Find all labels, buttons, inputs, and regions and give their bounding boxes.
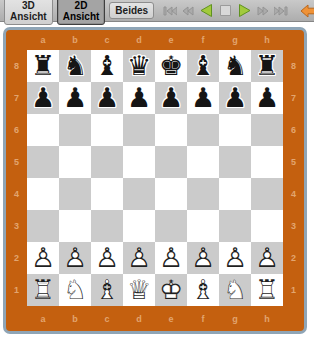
piece-fill: ♞ xyxy=(59,50,91,82)
board-grid: abcdefgh8♜♞♝♛♚♝♞♜87♟♟♟♟♟♟♟♟7665544332♟♙♟… xyxy=(6,30,304,331)
piece-outline: ♙ xyxy=(59,242,91,274)
rank-label-right-8: 8 xyxy=(283,50,304,82)
piece-fill: ♟ xyxy=(27,82,59,114)
square-b4[interactable] xyxy=(59,178,91,210)
skip-to-start-button[interactable] xyxy=(163,6,177,16)
piece-outline: ♗ xyxy=(91,274,123,306)
square-h6[interactable] xyxy=(251,114,283,146)
square-g2[interactable]: ♟♙ xyxy=(219,242,251,274)
view-mode-buttons: 3D Ansicht 2D Ansicht Beides xyxy=(4,0,154,25)
square-a2[interactable]: ♟♙ xyxy=(27,242,59,274)
stop-button[interactable] xyxy=(219,4,232,17)
piece-black-pawn-h7: ♟ xyxy=(251,82,283,114)
file-label-top-a: a xyxy=(27,30,59,50)
rank-label-left-7: 7 xyxy=(6,82,27,114)
piece-black-pawn-c7: ♟ xyxy=(91,82,123,114)
square-g8[interactable]: ♞ xyxy=(219,50,251,82)
rank-label-right-2: 2 xyxy=(283,242,304,274)
piece-fill: ♟ xyxy=(59,82,91,114)
square-g6[interactable] xyxy=(219,114,251,146)
piece-white-pawn-c2: ♟♙ xyxy=(91,242,123,274)
piece-white-bishop-c1: ♝♗ xyxy=(91,274,123,306)
fast-forward-button[interactable] xyxy=(257,6,269,16)
square-d2[interactable]: ♟♙ xyxy=(123,242,155,274)
file-label-bottom-f: f xyxy=(187,306,219,331)
file-label-top-d: d xyxy=(123,30,155,50)
square-h5[interactable] xyxy=(251,146,283,178)
square-e5[interactable] xyxy=(155,146,187,178)
square-h8[interactable]: ♜ xyxy=(251,50,283,82)
piece-white-queen-d1: ♛♕ xyxy=(123,274,155,306)
rank-label-left-6: 6 xyxy=(6,114,27,146)
piece-outline: ♙ xyxy=(155,242,187,274)
square-g3[interactable] xyxy=(219,210,251,242)
square-a6[interactable] xyxy=(27,114,59,146)
square-h7[interactable]: ♟ xyxy=(251,82,283,114)
piece-white-pawn-b2: ♟♙ xyxy=(59,242,91,274)
square-b3[interactable] xyxy=(59,210,91,242)
piece-white-pawn-h2: ♟♙ xyxy=(251,242,283,274)
piece-fill: ♜ xyxy=(27,50,59,82)
board-border-corner xyxy=(283,306,304,331)
piece-outline: ♙ xyxy=(219,242,251,274)
rank-label-left-4: 4 xyxy=(6,178,27,210)
square-d6[interactable] xyxy=(123,114,155,146)
rank-label-left-1: 1 xyxy=(6,274,27,306)
file-label-bottom-h: h xyxy=(251,306,283,331)
square-c2[interactable]: ♟♙ xyxy=(91,242,123,274)
piece-fill: ♝ xyxy=(187,50,219,82)
square-h1[interactable]: ♜♖ xyxy=(251,274,283,306)
piece-outline: ♖ xyxy=(251,274,283,306)
file-label-bottom-g: g xyxy=(219,306,251,331)
square-g7[interactable]: ♟ xyxy=(219,82,251,114)
square-a3[interactable] xyxy=(27,210,59,242)
square-b5[interactable] xyxy=(59,146,91,178)
piece-white-knight-g1: ♞♘ xyxy=(219,274,251,306)
piece-white-rook-a1: ♜♖ xyxy=(27,274,59,306)
piece-outline: ♔ xyxy=(155,274,187,306)
file-label-bottom-c: c xyxy=(91,306,123,331)
file-label-bottom-e: e xyxy=(155,306,187,331)
rank-label-left-2: 2 xyxy=(6,242,27,274)
piece-outline: ♙ xyxy=(187,242,219,274)
square-c4[interactable] xyxy=(91,178,123,210)
rank-label-right-1: 1 xyxy=(283,274,304,306)
square-a5[interactable] xyxy=(27,146,59,178)
piece-black-bishop-f8: ♝ xyxy=(187,50,219,82)
piece-fill: ♚ xyxy=(155,50,187,82)
piece-white-pawn-e2: ♟♙ xyxy=(155,242,187,274)
square-f4[interactable] xyxy=(187,178,219,210)
rank-label-left-8: 8 xyxy=(6,50,27,82)
square-h3[interactable] xyxy=(251,210,283,242)
square-f6[interactable] xyxy=(187,114,219,146)
rewind-button[interactable] xyxy=(182,6,194,16)
board-border-corner xyxy=(6,30,27,50)
play-backward-button[interactable] xyxy=(199,3,214,18)
piece-outline: ♗ xyxy=(187,274,219,306)
piece-black-knight-g8: ♞ xyxy=(219,50,251,82)
square-b2[interactable]: ♟♙ xyxy=(59,242,91,274)
square-e2[interactable]: ♟♙ xyxy=(155,242,187,274)
view-2d-button[interactable]: 2D Ansicht xyxy=(57,0,106,25)
rank-label-right-4: 4 xyxy=(283,178,304,210)
square-a4[interactable] xyxy=(27,178,59,210)
file-label-bottom-b: b xyxy=(59,306,91,331)
file-label-top-e: e xyxy=(155,30,187,50)
square-g5[interactable] xyxy=(219,146,251,178)
piece-black-knight-b8: ♞ xyxy=(59,50,91,82)
square-g1[interactable]: ♞♘ xyxy=(219,274,251,306)
board-border-corner xyxy=(6,306,27,331)
piece-black-pawn-b7: ♟ xyxy=(59,82,91,114)
square-e4[interactable] xyxy=(155,178,187,210)
playback-controls xyxy=(163,3,314,18)
piece-outline: ♖ xyxy=(27,274,59,306)
piece-white-knight-b1: ♞♘ xyxy=(59,274,91,306)
piece-white-pawn-a2: ♟♙ xyxy=(27,242,59,274)
piece-black-pawn-e7: ♟ xyxy=(155,82,187,114)
square-d7[interactable]: ♟ xyxy=(123,82,155,114)
square-f2[interactable]: ♟♙ xyxy=(187,242,219,274)
piece-black-pawn-f7: ♟ xyxy=(187,82,219,114)
square-e3[interactable] xyxy=(155,210,187,242)
square-e1[interactable]: ♚♔ xyxy=(155,274,187,306)
square-c7[interactable]: ♟ xyxy=(91,82,123,114)
rank-label-right-7: 7 xyxy=(283,82,304,114)
piece-white-king-e1: ♚♔ xyxy=(155,274,187,306)
piece-black-pawn-d7: ♟ xyxy=(123,82,155,114)
piece-outline: ♙ xyxy=(91,242,123,274)
square-d5[interactable] xyxy=(123,146,155,178)
undo-arrow-button[interactable] xyxy=(300,4,314,18)
square-f3[interactable] xyxy=(187,210,219,242)
piece-white-pawn-g2: ♟♙ xyxy=(219,242,251,274)
square-f8[interactable]: ♝ xyxy=(187,50,219,82)
square-e8[interactable]: ♚ xyxy=(155,50,187,82)
piece-black-rook-a8: ♜ xyxy=(27,50,59,82)
piece-white-bishop-f1: ♝♗ xyxy=(187,274,219,306)
piece-outline: ♕ xyxy=(123,274,155,306)
rank-label-right-3: 3 xyxy=(283,210,304,242)
file-label-top-f: f xyxy=(187,30,219,50)
piece-white-pawn-f2: ♟♙ xyxy=(187,242,219,274)
piece-fill: ♟ xyxy=(219,82,251,114)
piece-fill: ♟ xyxy=(155,82,187,114)
piece-fill: ♝ xyxy=(91,50,123,82)
file-label-top-g: g xyxy=(219,30,251,50)
square-g4[interactable] xyxy=(219,178,251,210)
piece-fill: ♟ xyxy=(91,82,123,114)
file-label-bottom-d: d xyxy=(123,306,155,331)
square-f5[interactable] xyxy=(187,146,219,178)
square-b6[interactable] xyxy=(59,114,91,146)
view-both-button[interactable]: Beides xyxy=(109,2,154,19)
square-h4[interactable] xyxy=(251,178,283,210)
file-label-top-b: b xyxy=(59,30,91,50)
square-a1[interactable]: ♜♖ xyxy=(27,274,59,306)
square-f1[interactable]: ♝♗ xyxy=(187,274,219,306)
square-d4[interactable] xyxy=(123,178,155,210)
piece-white-rook-h1: ♜♖ xyxy=(251,274,283,306)
chess-board: abcdefgh8♜♞♝♛♚♝♞♜87♟♟♟♟♟♟♟♟7665544332♟♙♟… xyxy=(3,27,307,334)
rank-label-right-5: 5 xyxy=(283,146,304,178)
piece-fill: ♜ xyxy=(251,50,283,82)
square-d3[interactable] xyxy=(123,210,155,242)
piece-outline: ♙ xyxy=(251,242,283,274)
file-label-top-c: c xyxy=(91,30,123,50)
view-3d-button[interactable]: 3D Ansicht xyxy=(4,0,53,25)
piece-outline: ♘ xyxy=(219,274,251,306)
piece-black-pawn-g7: ♟ xyxy=(219,82,251,114)
square-c5[interactable] xyxy=(91,146,123,178)
square-b1[interactable]: ♞♘ xyxy=(59,274,91,306)
piece-fill: ♛ xyxy=(123,50,155,82)
square-d1[interactable]: ♛♕ xyxy=(123,274,155,306)
square-a8[interactable]: ♜ xyxy=(27,50,59,82)
rank-label-left-3: 3 xyxy=(6,210,27,242)
square-c6[interactable] xyxy=(91,114,123,146)
rank-label-right-6: 6 xyxy=(283,114,304,146)
square-f7[interactable]: ♟ xyxy=(187,82,219,114)
piece-outline: ♙ xyxy=(123,242,155,274)
square-h2[interactable]: ♟♙ xyxy=(251,242,283,274)
skip-to-end-button[interactable] xyxy=(274,6,288,16)
square-d8[interactable]: ♛ xyxy=(123,50,155,82)
square-b8[interactable]: ♞ xyxy=(59,50,91,82)
piece-outline: ♘ xyxy=(59,274,91,306)
piece-fill: ♟ xyxy=(251,82,283,114)
piece-outline: ♙ xyxy=(27,242,59,274)
piece-fill: ♞ xyxy=(219,50,251,82)
square-c8[interactable]: ♝ xyxy=(91,50,123,82)
piece-black-pawn-a7: ♟ xyxy=(27,82,59,114)
board-border-corner xyxy=(283,30,304,50)
piece-fill: ♟ xyxy=(187,82,219,114)
square-b7[interactable]: ♟ xyxy=(59,82,91,114)
rank-label-left-5: 5 xyxy=(6,146,27,178)
toolbar: 3D Ansicht 2D Ansicht Beides xyxy=(0,0,314,22)
square-c1[interactable]: ♝♗ xyxy=(91,274,123,306)
square-e7[interactable]: ♟ xyxy=(155,82,187,114)
square-a7[interactable]: ♟ xyxy=(27,82,59,114)
file-label-bottom-a: a xyxy=(27,306,59,331)
play-forward-button[interactable] xyxy=(237,3,252,18)
piece-black-bishop-c8: ♝ xyxy=(91,50,123,82)
piece-fill: ♟ xyxy=(123,82,155,114)
piece-black-king-e8: ♚ xyxy=(155,50,187,82)
piece-black-rook-h8: ♜ xyxy=(251,50,283,82)
piece-black-queen-d8: ♛ xyxy=(123,50,155,82)
piece-white-pawn-d2: ♟♙ xyxy=(123,242,155,274)
square-c3[interactable] xyxy=(91,210,123,242)
square-e6[interactable] xyxy=(155,114,187,146)
file-label-top-h: h xyxy=(251,30,283,50)
